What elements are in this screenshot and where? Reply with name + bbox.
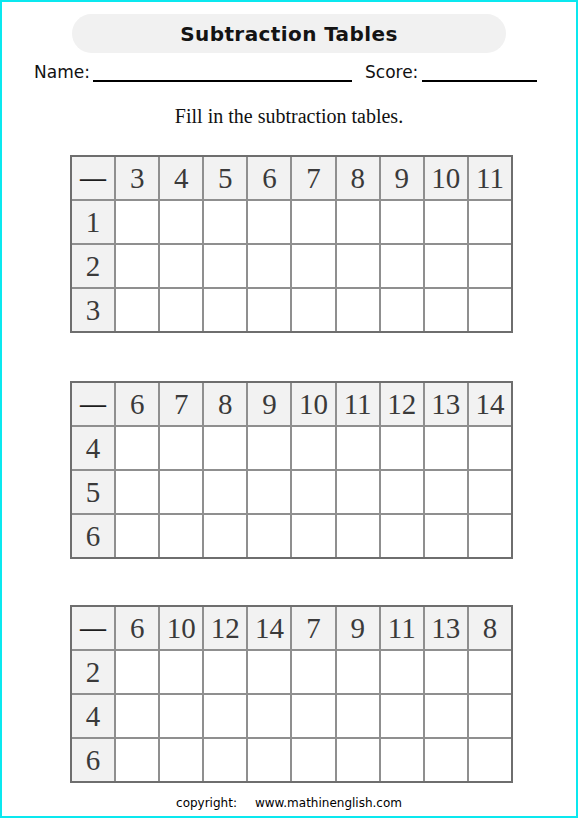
col-header-cell: 8 — [337, 157, 379, 199]
answer-cell[interactable] — [204, 245, 246, 287]
col-header-cell: 5 — [204, 157, 246, 199]
row-header-cell: 6 — [72, 515, 114, 557]
answer-cell[interactable] — [204, 427, 246, 469]
answer-cell[interactable] — [292, 515, 334, 557]
page-title-pill: Subtraction Tables — [72, 14, 506, 53]
answer-cell[interactable] — [116, 427, 158, 469]
answer-cell[interactable] — [381, 427, 423, 469]
answer-cell[interactable] — [292, 695, 334, 737]
instruction-text: Fill in the subtraction tables. — [2, 105, 576, 128]
answer-cell[interactable] — [337, 515, 379, 557]
answer-cell[interactable] — [469, 739, 511, 781]
col-header-cell: 11 — [337, 383, 379, 425]
answer-cell[interactable] — [425, 471, 467, 513]
col-header-cell: 14 — [248, 607, 290, 649]
col-header-cell: 6 — [248, 157, 290, 199]
answer-cell[interactable] — [160, 427, 202, 469]
answer-cell[interactable] — [116, 471, 158, 513]
answer-cell[interactable] — [381, 245, 423, 287]
col-header-cell: 10 — [425, 157, 467, 199]
answer-cell[interactable] — [469, 289, 511, 331]
footer: copyright:www.mathinenglish.com — [2, 796, 576, 810]
col-header-cell: 6 — [116, 607, 158, 649]
subtraction-table-3: —61012147911138246 — [70, 605, 513, 783]
answer-cell[interactable] — [469, 651, 511, 693]
operator-cell: — — [72, 157, 114, 199]
operator-cell: — — [72, 607, 114, 649]
col-header-cell: 8 — [469, 607, 511, 649]
answer-cell[interactable] — [292, 201, 334, 243]
answer-cell[interactable] — [204, 695, 246, 737]
answer-cell[interactable] — [116, 201, 158, 243]
answer-cell[interactable] — [116, 695, 158, 737]
answer-cell[interactable] — [425, 739, 467, 781]
answer-cell[interactable] — [248, 471, 290, 513]
answer-cell[interactable] — [337, 201, 379, 243]
row-header-cell: 2 — [72, 651, 114, 693]
answer-cell[interactable] — [425, 515, 467, 557]
answer-cell[interactable] — [292, 245, 334, 287]
answer-cell[interactable] — [292, 651, 334, 693]
row-header-cell: 4 — [72, 427, 114, 469]
answer-cell[interactable] — [160, 245, 202, 287]
score-label: Score: — [365, 62, 418, 82]
answer-cell[interactable] — [204, 289, 246, 331]
answer-cell[interactable] — [248, 739, 290, 781]
name-label: Name: — [34, 62, 90, 82]
answer-cell[interactable] — [160, 201, 202, 243]
col-header-cell: 7 — [292, 157, 334, 199]
answer-cell[interactable] — [469, 245, 511, 287]
answer-cell[interactable] — [292, 289, 334, 331]
subtraction-table-1: —34567891011123 — [70, 155, 513, 333]
col-header-cell: 12 — [204, 607, 246, 649]
col-header-cell: 8 — [204, 383, 246, 425]
answer-cell[interactable] — [248, 289, 290, 331]
answer-cell[interactable] — [469, 427, 511, 469]
answer-cell[interactable] — [425, 695, 467, 737]
answer-cell[interactable] — [116, 739, 158, 781]
col-header-cell: 9 — [248, 383, 290, 425]
answer-cell[interactable] — [381, 471, 423, 513]
col-header-cell: 7 — [292, 607, 334, 649]
col-header-cell: 3 — [116, 157, 158, 199]
answer-cell[interactable] — [337, 739, 379, 781]
col-header-cell: 9 — [337, 607, 379, 649]
col-header-cell: 14 — [469, 383, 511, 425]
answer-cell[interactable] — [469, 201, 511, 243]
answer-cell[interactable] — [248, 427, 290, 469]
answer-cell[interactable] — [469, 471, 511, 513]
answer-cell[interactable] — [425, 427, 467, 469]
answer-cell[interactable] — [248, 245, 290, 287]
col-header-cell: 13 — [425, 607, 467, 649]
col-header-cell: 10 — [292, 383, 334, 425]
answer-cell[interactable] — [337, 471, 379, 513]
row-header-cell: 6 — [72, 739, 114, 781]
answer-cell[interactable] — [160, 289, 202, 331]
col-header-cell: 10 — [160, 607, 202, 649]
answer-cell[interactable] — [204, 201, 246, 243]
answer-cell[interactable] — [337, 245, 379, 287]
site-url: www.mathinenglish.com — [255, 796, 402, 810]
col-header-cell: 13 — [425, 383, 467, 425]
answer-cell[interactable] — [425, 651, 467, 693]
worksheet-page: Subtraction Tables Name: Score: Fill in … — [0, 0, 578, 818]
answer-cell[interactable] — [248, 651, 290, 693]
answer-cell[interactable] — [248, 201, 290, 243]
answer-cell[interactable] — [469, 695, 511, 737]
answer-cell[interactable] — [160, 651, 202, 693]
row-header-cell: 1 — [72, 201, 114, 243]
col-header-cell: 6 — [116, 383, 158, 425]
page-title: Subtraction Tables — [180, 22, 398, 46]
row-header-cell: 3 — [72, 289, 114, 331]
answer-cell[interactable] — [381, 651, 423, 693]
answer-cell[interactable] — [381, 201, 423, 243]
answer-cell[interactable] — [381, 695, 423, 737]
answer-cell[interactable] — [116, 289, 158, 331]
answer-cell[interactable] — [116, 515, 158, 557]
answer-cell[interactable] — [116, 245, 158, 287]
col-header-cell: 9 — [381, 157, 423, 199]
answer-cell[interactable] — [248, 515, 290, 557]
col-header-cell: 11 — [469, 157, 511, 199]
name-field-line[interactable] — [93, 80, 352, 82]
answer-cell[interactable] — [204, 739, 246, 781]
answer-cell[interactable] — [160, 515, 202, 557]
answer-cell[interactable] — [425, 201, 467, 243]
answer-cell[interactable] — [381, 289, 423, 331]
answer-cell[interactable] — [425, 245, 467, 287]
answer-cell[interactable] — [204, 471, 246, 513]
answer-cell[interactable] — [204, 515, 246, 557]
answer-cell[interactable] — [204, 651, 246, 693]
answer-cell[interactable] — [381, 739, 423, 781]
answer-cell[interactable] — [116, 651, 158, 693]
answer-cell[interactable] — [337, 695, 379, 737]
row-header-cell: 4 — [72, 695, 114, 737]
answer-cell[interactable] — [292, 739, 334, 781]
col-header-cell: 7 — [160, 383, 202, 425]
score-field-line[interactable] — [422, 80, 537, 82]
answer-cell[interactable] — [160, 695, 202, 737]
answer-cell[interactable] — [292, 427, 334, 469]
answer-cell[interactable] — [425, 289, 467, 331]
row-header-cell: 5 — [72, 471, 114, 513]
answer-cell[interactable] — [337, 427, 379, 469]
copyright-label: copyright: — [176, 796, 237, 810]
answer-cell[interactable] — [248, 695, 290, 737]
answer-cell[interactable] — [160, 739, 202, 781]
answer-cell[interactable] — [160, 471, 202, 513]
col-header-cell: 11 — [381, 607, 423, 649]
row-header-cell: 2 — [72, 245, 114, 287]
answer-cell[interactable] — [292, 471, 334, 513]
col-header-cell: 4 — [160, 157, 202, 199]
col-header-cell: 12 — [381, 383, 423, 425]
subtraction-table-2: —67891011121314456 — [70, 381, 513, 559]
answer-cell[interactable] — [469, 515, 511, 557]
answer-cell[interactable] — [337, 289, 379, 331]
operator-cell: — — [72, 383, 114, 425]
answer-cell[interactable] — [337, 651, 379, 693]
answer-cell[interactable] — [381, 515, 423, 557]
